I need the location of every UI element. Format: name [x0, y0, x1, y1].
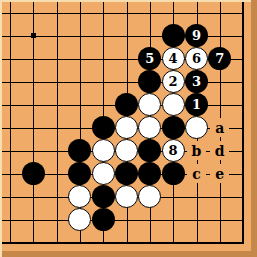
point-label-a: a [210, 118, 229, 137]
intersection-c10-r9[interactable] [208, 185, 231, 208]
white-stone [68, 185, 91, 208]
intersection-c5-r4[interactable] [91, 70, 114, 93]
intersection-c1-r8[interactable] [0, 162, 21, 185]
intersection-c5-r2[interactable] [91, 24, 114, 47]
intersection-c3-r7[interactable] [45, 139, 68, 162]
white-stone [138, 116, 161, 139]
point-label-d: d [210, 141, 229, 160]
intersection-c4-r6[interactable] [68, 116, 91, 139]
black-stone [68, 162, 91, 185]
intersection-c8-r8[interactable] [161, 162, 184, 185]
black-stone-move-7: 7 [208, 47, 231, 70]
intersection-c9-r9[interactable] [185, 185, 208, 208]
point-label-b: b [187, 141, 206, 160]
intersection-c8-r3[interactable]: 4 [161, 47, 184, 70]
board-shadow-bottom [0, 251, 257, 257]
intersection-c1-r5[interactable] [0, 93, 21, 116]
black-stone [92, 116, 115, 139]
intersection-c4-r10[interactable] [68, 208, 91, 231]
intersection-c5-r9[interactable] [91, 185, 114, 208]
intersection-c5-r5[interactable] [91, 93, 114, 116]
board-shadow-right [251, 0, 257, 257]
intersection-c3-r2[interactable] [45, 24, 68, 47]
intersection-c9-r5[interactable]: 1 [185, 93, 208, 116]
black-stone [162, 162, 185, 185]
intersection-c8-r7[interactable]: 8 [161, 139, 184, 162]
intersection-c4-r7[interactable] [68, 139, 91, 162]
intersection-c6-r9[interactable] [115, 185, 138, 208]
intersection-c9-r1[interactable] [185, 1, 208, 24]
intersection-c10-r4[interactable] [208, 70, 231, 93]
intersection-c5-r8[interactable] [91, 162, 114, 185]
intersection-c10-r1[interactable] [208, 1, 231, 24]
intersection-c4-r2[interactable] [68, 24, 91, 47]
point-label-e: e [210, 164, 229, 183]
intersection-c1-r7[interactable] [0, 139, 21, 162]
intersection-c9-r4[interactable]: 3 [185, 70, 208, 93]
intersection-c6-r10[interactable] [115, 208, 138, 231]
intersection-c3-r8[interactable] [45, 162, 68, 185]
white-stone [92, 139, 115, 162]
black-stone [138, 162, 161, 185]
white-stone-move-2: 2 [162, 70, 185, 93]
intersection-c6-r6[interactable] [115, 116, 138, 139]
white-stone-move-4: 4 [162, 47, 185, 70]
intersection-c6-r8[interactable] [115, 162, 138, 185]
intersection-c2-r4[interactable] [21, 70, 44, 93]
black-stone [138, 70, 161, 93]
intersection-c5-r1[interactable] [91, 1, 114, 24]
intersection-c8-r9[interactable] [161, 185, 184, 208]
intersection-c7-r3[interactable]: 5 [138, 47, 161, 70]
intersection-c1-r2[interactable] [0, 24, 21, 47]
black-stone [22, 162, 45, 185]
intersection-c9-r6[interactable] [185, 116, 208, 139]
black-stone [138, 139, 161, 162]
white-stone [138, 93, 161, 116]
intersection-c7-r5[interactable] [138, 93, 161, 116]
black-stone [92, 208, 115, 231]
intersection-c8-r10[interactable] [161, 208, 184, 231]
intersection-c2-r3[interactable] [21, 47, 44, 70]
intersection-c2-r9[interactable] [21, 185, 44, 208]
intersection-c6-r2[interactable] [115, 24, 138, 47]
intersection-c1-r3[interactable] [0, 47, 21, 70]
white-stone [185, 116, 208, 139]
black-stone-move-5: 5 [138, 47, 161, 70]
intersection-c6-r1[interactable] [115, 1, 138, 24]
intersection-c6-r4[interactable] [115, 70, 138, 93]
intersection-c8-r6[interactable] [161, 116, 184, 139]
intersection-c4-r9[interactable] [68, 185, 91, 208]
intersection-c3-r3[interactable] [45, 47, 68, 70]
intersection-c7-r10[interactable] [138, 208, 161, 231]
white-stone [115, 185, 138, 208]
intersection-c9-r10[interactable] [185, 208, 208, 231]
intersection-c8-r5[interactable] [161, 93, 184, 116]
intersection-c10-r6[interactable]: a [208, 116, 231, 139]
intersection-c10-r2[interactable] [208, 24, 231, 47]
intersection-c5-r6[interactable] [91, 116, 114, 139]
board-highlight-top [0, 0, 257, 2]
intersection-c2-r5[interactable] [21, 93, 44, 116]
intersection-c4-r4[interactable] [68, 70, 91, 93]
intersection-c2-r7[interactable] [21, 139, 44, 162]
intersection-c4-r8[interactable] [68, 162, 91, 185]
white-stone [68, 208, 91, 231]
intersection-c9-r3[interactable]: 6 [185, 47, 208, 70]
white-stone [138, 185, 161, 208]
intersection-c5-r7[interactable] [91, 139, 114, 162]
intersection-c3-r1[interactable] [45, 1, 68, 24]
intersection-c1-r10[interactable] [0, 208, 21, 231]
black-stone [115, 162, 138, 185]
intersection-c9-r7[interactable]: b [185, 139, 208, 162]
go-board: 95467231a8bdce [0, 0, 257, 257]
intersection-c6-r5[interactable] [115, 93, 138, 116]
intersection-c2-r2[interactable] [21, 24, 44, 47]
intersection-c6-r7[interactable] [115, 139, 138, 162]
intersection-c2-r8[interactable] [21, 162, 44, 185]
intersection-c8-r2[interactable] [161, 24, 184, 47]
black-stone-move-3: 3 [185, 70, 208, 93]
intersection-c4-r1[interactable] [68, 1, 91, 24]
white-stone [92, 162, 115, 185]
black-stone [115, 93, 138, 116]
intersection-c3-r10[interactable] [45, 208, 68, 231]
intersection-c3-r6[interactable] [45, 116, 68, 139]
board-grid: 95467231a8bdce [0, 1, 255, 254]
intersection-c5-r10[interactable] [91, 208, 114, 231]
intersection-c8-r4[interactable]: 2 [161, 70, 184, 93]
intersection-c7-r7[interactable] [138, 139, 161, 162]
intersection-c3-r9[interactable] [45, 185, 68, 208]
intersection-c7-r1[interactable] [138, 1, 161, 24]
intersection-c9-r2[interactable]: 9 [185, 24, 208, 47]
intersection-c9-r8[interactable]: c [185, 162, 208, 185]
point-label-c: c [187, 164, 206, 183]
black-stone [92, 185, 115, 208]
intersection-c6-r3[interactable] [115, 47, 138, 70]
intersection-c10-r8[interactable]: e [208, 162, 231, 185]
intersection-c2-r6[interactable] [21, 116, 44, 139]
white-stone [115, 139, 138, 162]
black-stone-move-1: 1 [185, 93, 208, 116]
intersection-c10-r10[interactable] [208, 208, 231, 231]
intersection-c5-r3[interactable] [91, 47, 114, 70]
intersection-c10-r3[interactable]: 7 [208, 47, 231, 70]
intersection-c7-r4[interactable] [138, 70, 161, 93]
intersection-c7-r6[interactable] [138, 116, 161, 139]
intersection-c7-r8[interactable] [138, 162, 161, 185]
intersection-c3-r5[interactable] [45, 93, 68, 116]
intersection-c1-r4[interactable] [0, 70, 21, 93]
black-stone [162, 116, 185, 139]
intersection-c1-r1[interactable] [0, 1, 21, 24]
white-stone-move-6: 6 [185, 47, 208, 70]
intersection-c7-r9[interactable] [138, 185, 161, 208]
intersection-c4-r3[interactable] [68, 47, 91, 70]
intersection-c2-r1[interactable] [21, 1, 44, 24]
black-stone-move-9: 9 [185, 24, 208, 47]
board-highlight-left [0, 0, 2, 257]
white-stone-move-8: 8 [162, 139, 185, 162]
black-stone [162, 24, 185, 47]
intersection-c1-r6[interactable] [0, 116, 21, 139]
intersection-c10-r7[interactable]: d [208, 139, 231, 162]
intersection-c3-r4[interactable] [45, 70, 68, 93]
intersection-c1-r9[interactable] [0, 185, 21, 208]
white-stone [162, 93, 185, 116]
intersection-c8-r1[interactable] [161, 1, 184, 24]
black-stone [68, 139, 91, 162]
intersection-c10-r5[interactable] [208, 93, 231, 116]
white-stone [115, 116, 138, 139]
intersection-c4-r5[interactable] [68, 93, 91, 116]
star-point [31, 33, 36, 38]
intersection-c7-r2[interactable] [138, 24, 161, 47]
intersection-c2-r10[interactable] [21, 208, 44, 231]
